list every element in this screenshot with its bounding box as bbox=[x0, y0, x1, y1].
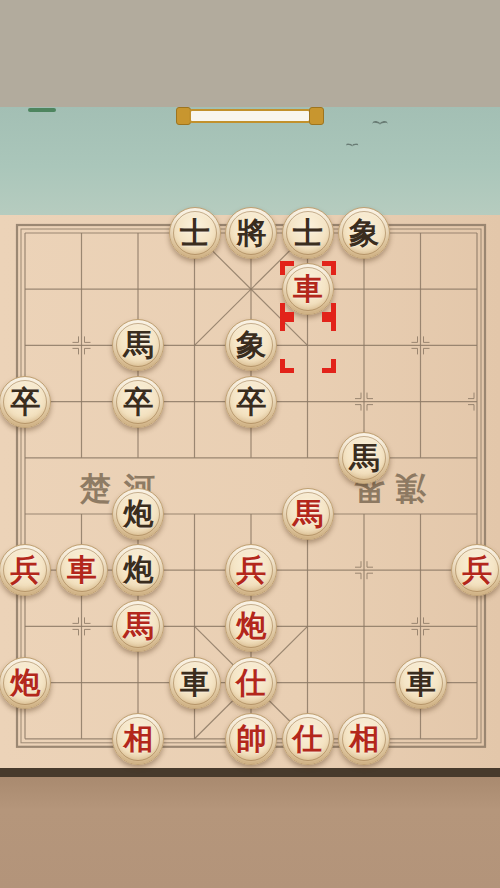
black-炮-piece[interactable]: 炮 bbox=[110, 486, 167, 542]
black-士-piece[interactable]: 士 bbox=[280, 205, 337, 261]
red-車-piece[interactable]: 車 bbox=[54, 542, 111, 598]
table-bottom-band bbox=[0, 777, 500, 888]
black-車-piece[interactable]: 車 bbox=[167, 655, 224, 711]
black-卒-piece[interactable]: 卒 bbox=[223, 374, 280, 430]
black-炮-piece[interactable]: 炮 bbox=[110, 542, 167, 598]
black-卒-piece[interactable]: 卒 bbox=[0, 374, 54, 430]
red-兵-piece[interactable]: 兵 bbox=[223, 542, 280, 598]
black-士-piece[interactable]: 士 bbox=[167, 205, 224, 261]
black-車-piece[interactable]: 車 bbox=[393, 655, 450, 711]
scroll-bar bbox=[189, 109, 311, 123]
black-象-piece[interactable]: 象 bbox=[223, 317, 280, 373]
scroll-banner bbox=[176, 107, 324, 127]
black-馬-piece[interactable]: 馬 bbox=[336, 430, 393, 486]
red-炮-piece[interactable]: 炮 bbox=[0, 655, 54, 711]
black-卒-piece[interactable]: 卒 bbox=[110, 374, 167, 430]
red-車-piece[interactable]: 車 bbox=[280, 261, 337, 317]
game-screen: 楚河 漢界 士將士象車馬象卒卒卒馬炮馬兵車炮兵兵馬炮炮車仕車相帥仕相 bbox=[0, 0, 500, 888]
top-blur-band bbox=[0, 0, 500, 107]
red-兵-piece[interactable]: 兵 bbox=[449, 542, 500, 598]
birds-icon bbox=[346, 142, 360, 148]
red-帥-piece[interactable]: 帥 bbox=[223, 711, 280, 767]
board-edge-shadow bbox=[0, 768, 500, 777]
red-仕-piece[interactable]: 仕 bbox=[280, 711, 337, 767]
red-馬-piece[interactable]: 馬 bbox=[280, 486, 337, 542]
scroll-right-knob-icon bbox=[309, 107, 324, 125]
black-將-piece[interactable]: 將 bbox=[223, 205, 280, 261]
red-相-piece[interactable]: 相 bbox=[110, 711, 167, 767]
hill-dash bbox=[28, 108, 56, 112]
birds-icon bbox=[372, 119, 390, 127]
black-象-piece[interactable]: 象 bbox=[336, 205, 393, 261]
sky-background bbox=[0, 107, 500, 215]
red-仕-piece[interactable]: 仕 bbox=[223, 655, 280, 711]
red-炮-piece[interactable]: 炮 bbox=[223, 598, 280, 654]
red-相-piece[interactable]: 相 bbox=[336, 711, 393, 767]
black-馬-piece[interactable]: 馬 bbox=[110, 317, 167, 373]
red-兵-piece[interactable]: 兵 bbox=[0, 542, 54, 598]
red-馬-piece[interactable]: 馬 bbox=[110, 598, 167, 654]
